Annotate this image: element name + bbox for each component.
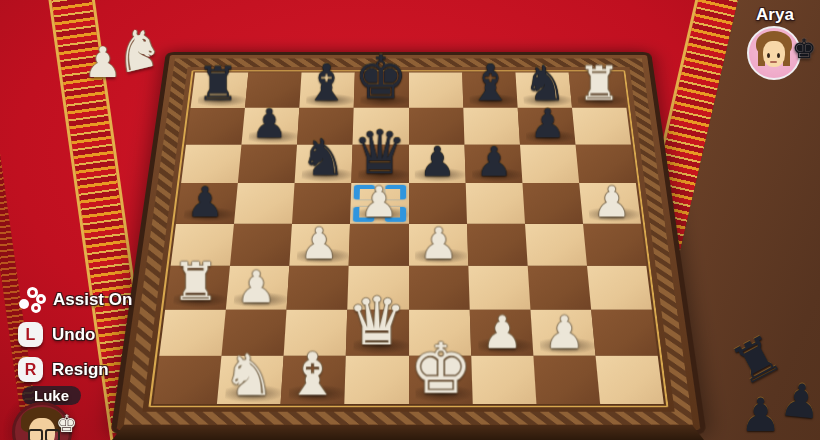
- square-h2[interactable]: [591, 310, 658, 356]
- piece-wP-g2[interactable]: ♟: [544, 311, 584, 354]
- piece-wP-c4[interactable]: ♟: [300, 223, 338, 264]
- square-h1[interactable]: [595, 356, 663, 404]
- piece-wP-h5[interactable]: ♟: [593, 182, 631, 222]
- square-c6[interactable]: ♞: [295, 145, 353, 183]
- square-g2[interactable]: ♟: [530, 310, 595, 356]
- white-king-icon: ♚: [56, 412, 78, 436]
- square-c1[interactable]: ♝: [281, 356, 346, 404]
- board-front-edge: [112, 425, 704, 440]
- square-a5[interactable]: ♟: [176, 183, 238, 223]
- resign-button[interactable]: R Resign: [18, 357, 109, 382]
- square-f1[interactable]: [471, 356, 536, 404]
- square-d2[interactable]: ♛: [346, 310, 408, 356]
- square-c8[interactable]: ♝: [300, 73, 356, 108]
- square-a2[interactable]: [159, 310, 226, 356]
- piece-bP-f6[interactable]: ♟: [475, 143, 512, 182]
- square-e1[interactable]: ♚: [409, 356, 473, 404]
- piece-bB-f8[interactable]: ♝: [467, 59, 512, 107]
- resign-label: Resign: [52, 360, 109, 380]
- square-h7[interactable]: [572, 108, 631, 145]
- square-g1[interactable]: [533, 356, 600, 404]
- chessboard: ♜♝♚♝♞♜♟♟♞♛♟♟♟♟♟♟♟♜♟♛♟♟♞♝♚: [146, 0, 671, 440]
- square-e8[interactable]: [409, 73, 463, 108]
- square-h8[interactable]: ♜: [569, 73, 627, 108]
- square-b6[interactable]: [238, 145, 297, 183]
- square-b5[interactable]: [234, 183, 295, 223]
- player-bottom-name: Luke: [22, 386, 81, 405]
- square-d4[interactable]: [349, 224, 408, 266]
- board-grid: ♜♝♚♝♞♜♟♟♞♛♟♟♟♟♟♟♟♜♟♛♟♟♞♝♚: [153, 73, 664, 404]
- square-a8[interactable]: ♜: [191, 73, 249, 108]
- piece-wP-e4[interactable]: ♟: [419, 223, 457, 264]
- square-f8[interactable]: ♝: [462, 73, 518, 108]
- square-d5[interactable]: ♟: [350, 183, 408, 223]
- square-g7[interactable]: ♟: [517, 108, 575, 145]
- table: ♜♝♚♝♞♜♟♟♞♛♟♟♟♟♟♟♟♜♟♛♟♟♞♝♚ ♟♞ ♜♟♟ Arya ♚ …: [0, 0, 820, 440]
- square-f4[interactable]: [467, 224, 528, 266]
- square-h3[interactable]: [587, 266, 652, 310]
- piece-wQ-d2[interactable]: ♛: [348, 291, 408, 354]
- square-d1[interactable]: [345, 356, 409, 404]
- square-c4[interactable]: ♟: [290, 224, 351, 266]
- square-b3[interactable]: ♟: [226, 266, 290, 310]
- square-h5[interactable]: ♟: [579, 183, 641, 223]
- piece-wN-b1[interactable]: ♞: [223, 348, 274, 402]
- square-h4[interactable]: [583, 224, 646, 266]
- glasses-icon: [28, 429, 43, 440]
- captured-piece-bP: ♟: [778, 376, 820, 426]
- square-f5[interactable]: [465, 183, 524, 223]
- square-e3[interactable]: [409, 266, 470, 310]
- undo-label: Undo: [52, 325, 95, 345]
- piece-bK-d8[interactable]: ♚: [354, 50, 408, 107]
- square-f3[interactable]: [468, 266, 530, 310]
- piece-bP-g7[interactable]: ♟: [529, 105, 565, 143]
- square-a3[interactable]: ♜: [165, 266, 230, 310]
- piece-wP-d5[interactable]: ♟: [361, 182, 399, 222]
- square-c3[interactable]: [287, 266, 349, 310]
- captured-piece-bP: ♟: [740, 392, 781, 438]
- assist-label: Assist On: [53, 290, 132, 310]
- square-g5[interactable]: [522, 183, 583, 223]
- square-b7[interactable]: ♟: [242, 108, 300, 145]
- piece-wP-b3[interactable]: ♟: [237, 266, 276, 308]
- piece-wR-h8[interactable]: ♜: [578, 62, 620, 106]
- piece-bR-a8[interactable]: ♜: [197, 62, 239, 106]
- undo-button[interactable]: L Undo: [18, 322, 95, 347]
- square-e6[interactable]: ♟: [409, 145, 466, 183]
- square-e4[interactable]: ♟: [409, 224, 468, 266]
- piece-wR-a3[interactable]: ♜: [172, 258, 219, 308]
- piece-bP-e6[interactable]: ♟: [419, 143, 456, 182]
- assist-dots-icon: [18, 287, 44, 313]
- square-g3[interactable]: [527, 266, 591, 310]
- piece-bP-b7[interactable]: ♟: [251, 105, 287, 143]
- piece-bN-c6[interactable]: ♞: [300, 134, 346, 182]
- piece-bQ-d6[interactable]: ♛: [353, 124, 407, 182]
- square-b4[interactable]: [230, 224, 292, 266]
- square-g6[interactable]: [520, 145, 579, 183]
- piece-wK-e1[interactable]: ♚: [409, 336, 472, 403]
- square-f2[interactable]: ♟: [469, 310, 533, 356]
- board-3d: ♜♝♚♝♞♜♟♟♞♛♟♟♟♟♟♟♟♜♟♛♟♟♞♝♚: [117, 55, 701, 430]
- piece-wB-c1[interactable]: ♝: [286, 346, 339, 402]
- l-button-icon[interactable]: L: [18, 322, 43, 347]
- player-top-name: Arya: [738, 5, 812, 25]
- square-a7[interactable]: [186, 108, 245, 145]
- square-g4[interactable]: [525, 224, 587, 266]
- assist-control[interactable]: Assist On: [18, 287, 132, 313]
- square-f6[interactable]: ♟: [464, 145, 522, 183]
- piece-wP-f2[interactable]: ♟: [482, 311, 522, 354]
- piece-bB-c8[interactable]: ♝: [304, 59, 349, 107]
- r-button-icon[interactable]: R: [18, 357, 43, 382]
- board-frame: ♜♝♚♝♞♜♟♟♞♛♟♟♟♟♟♟♟♜♟♛♟♟♞♝♚: [117, 55, 701, 430]
- square-b1[interactable]: ♞: [217, 356, 284, 404]
- black-king-icon: ♚: [792, 35, 816, 62]
- square-a1[interactable]: [153, 356, 221, 404]
- piece-bP-a5[interactable]: ♟: [186, 182, 224, 222]
- square-d8[interactable]: ♚: [354, 73, 408, 108]
